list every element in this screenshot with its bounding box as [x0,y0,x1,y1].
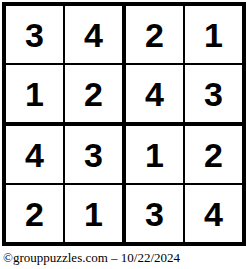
cell-r3c1: 4 [6,126,63,183]
cell-r4c2: 1 [65,185,122,242]
cell-r1c4: 1 [185,6,242,63]
cell-r2c3: 4 [126,65,183,122]
cell-r2c2: 2 [65,65,122,122]
cell-r3c4: 2 [185,126,242,183]
cell-r3c3: 1 [126,126,183,183]
cell-r2c4: 3 [185,65,242,122]
cell-r2c1: 1 [6,65,63,122]
sudoku-board: 3 4 1 2 2 1 4 3 4 3 2 1 1 2 3 4 [2,2,246,246]
cell-r4c3: 3 [126,185,183,242]
box-top-right: 2 1 4 3 [126,6,242,122]
cell-r1c3: 2 [126,6,183,63]
cell-r1c2: 4 [65,6,122,63]
sudoku-page: 3 4 1 2 2 1 4 3 4 3 2 1 1 2 3 4 ©grouppu… [0,0,247,269]
box-bottom-right: 1 2 3 4 [126,126,242,242]
cell-r4c4: 4 [185,185,242,242]
copyright-credit: ©grouppuzzles.com – 10/22/2024 [3,250,180,266]
cell-r1c1: 3 [6,6,63,63]
box-top-left: 3 4 1 2 [6,6,122,122]
box-bottom-left: 4 3 2 1 [6,126,122,242]
cell-r4c1: 2 [6,185,63,242]
cell-r3c2: 3 [65,126,122,183]
